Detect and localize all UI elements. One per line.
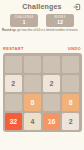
tile-8: 8 [62, 94, 79, 111]
challenge-counter: Challenge 1 [10, 14, 38, 27]
moves-counter-value: 12 [57, 19, 63, 25]
empty-cell [24, 75, 41, 92]
empty-cell [43, 56, 60, 73]
challenges-screen: Challenges Challenge 1 Moves 12 Round up… [0, 0, 84, 150]
board[interactable]: 2288324162 [3, 53, 82, 132]
challenge-description: Round up: get two tiles of 64 in a limit… [0, 29, 84, 32]
header: Challenges [0, 0, 84, 12]
empty-cell [62, 56, 79, 73]
restart-button[interactable]: RESTART [3, 46, 24, 51]
tile-2: 2 [5, 75, 22, 92]
exit-icon[interactable] [72, 2, 81, 11]
challenge-counter-value: 1 [22, 19, 25, 25]
moves-counter: Moves 12 [46, 14, 74, 27]
empty-cell [43, 94, 60, 111]
empty-cell [5, 56, 22, 73]
tile-32: 32 [5, 113, 22, 130]
tile-4: 4 [24, 113, 41, 130]
empty-cell [62, 75, 79, 92]
empty-cell [5, 94, 22, 111]
challenge-description-lead: Round up: [2, 28, 16, 32]
tile-2: 2 [62, 113, 79, 130]
challenge-description-text: get two tiles of 64 in a limited number … [17, 28, 78, 32]
tile-2: 2 [43, 75, 60, 92]
undo-button[interactable]: UNDO [68, 46, 81, 51]
empty-cell [24, 56, 41, 73]
controls-row: RESTART UNDO [0, 46, 84, 51]
tile-8: 8 [24, 94, 41, 111]
tile-16: 16 [43, 113, 60, 130]
stats-row: Challenge 1 Moves 12 [0, 14, 84, 27]
